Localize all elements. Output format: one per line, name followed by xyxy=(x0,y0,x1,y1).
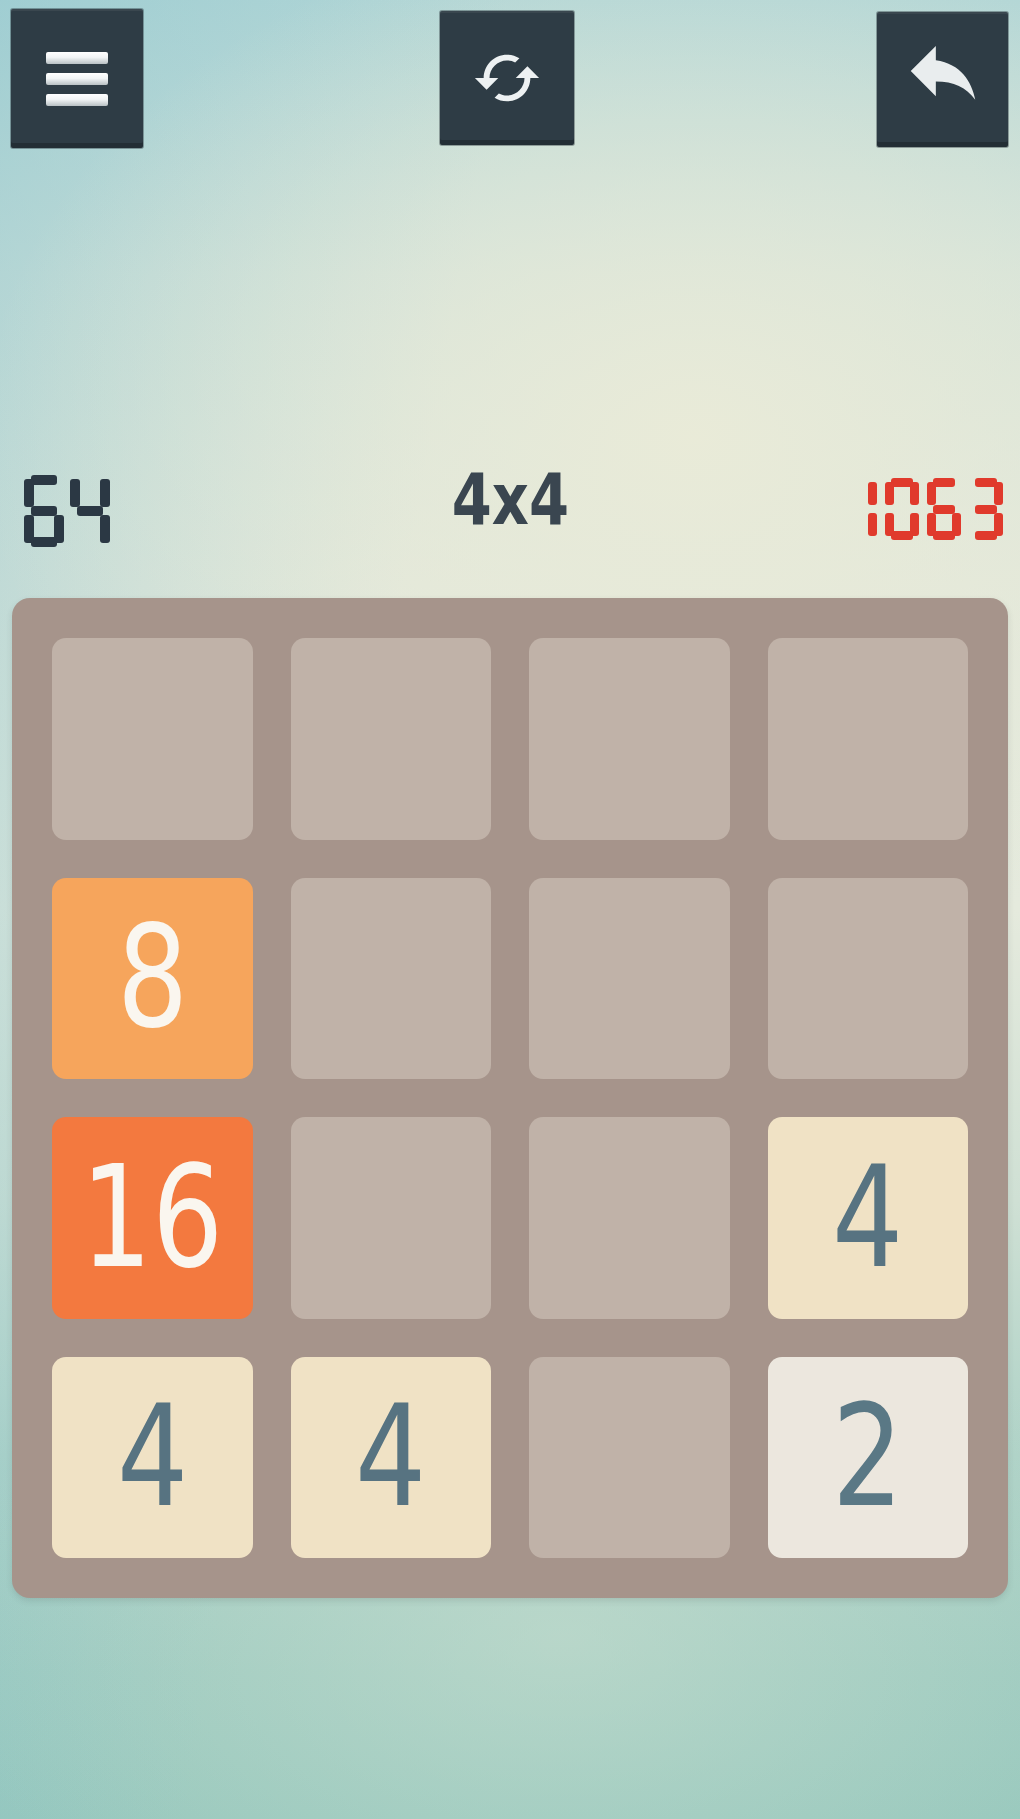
cell-empty xyxy=(529,1117,730,1319)
cell-empty xyxy=(291,1117,492,1319)
segment-digit-3 xyxy=(969,478,1003,540)
tile-8: 8 xyxy=(52,878,253,1080)
undo-button[interactable] xyxy=(877,12,1008,147)
cell-empty xyxy=(529,638,730,840)
segment-digit-0 xyxy=(885,478,919,540)
cell-empty xyxy=(529,878,730,1080)
menu-button[interactable] xyxy=(11,9,143,148)
cell-empty xyxy=(768,878,969,1080)
tile-4: 4 xyxy=(52,1357,253,1559)
game-board[interactable]: 8164442 xyxy=(12,598,1008,1598)
cell-empty xyxy=(52,638,253,840)
segment-digit-1 xyxy=(863,478,877,540)
undo-arrow-icon xyxy=(900,37,986,123)
hamburger-menu-icon xyxy=(46,43,108,115)
cell-empty xyxy=(768,638,969,840)
right-score-display xyxy=(859,478,1007,540)
tile-2: 2 xyxy=(768,1357,969,1559)
refresh-sync-icon xyxy=(472,43,542,113)
restart-button[interactable] xyxy=(440,11,574,145)
cell-empty xyxy=(291,878,492,1080)
tile-4: 4 xyxy=(291,1357,492,1559)
cell-empty xyxy=(529,1357,730,1559)
game-screen: { "game": "2048", "variant": "4x4", "pos… xyxy=(0,0,1020,1819)
tile-4: 4 xyxy=(768,1117,969,1319)
cell-empty xyxy=(291,638,492,840)
tile-16: 16 xyxy=(52,1117,253,1319)
segment-digit-6 xyxy=(927,478,961,540)
